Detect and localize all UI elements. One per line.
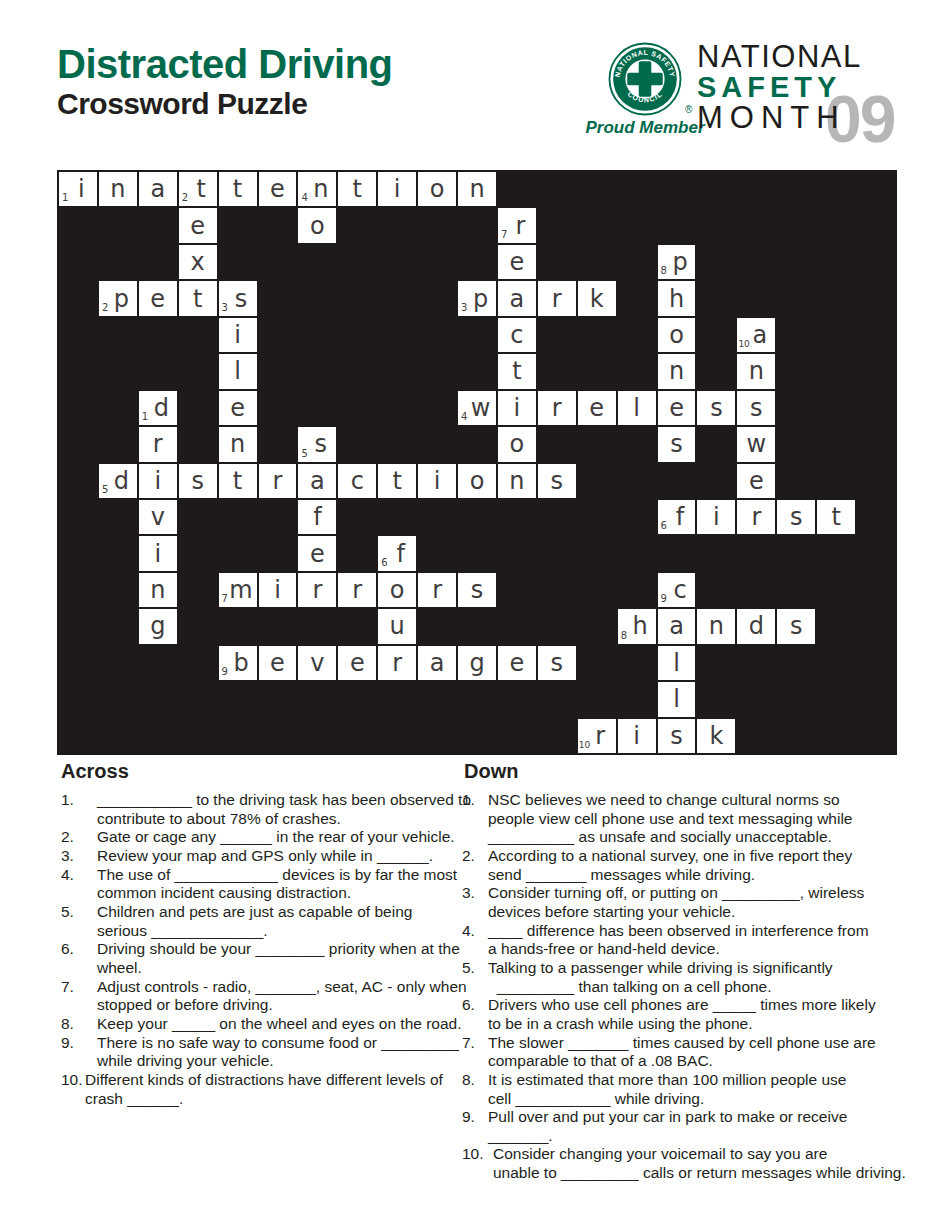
grid-cell[interactable]: o [298,208,336,242]
national-safety-month-logo: 09 NATIONAL SAFETY MONTH [697,42,927,132]
cell-letter: x [191,250,205,274]
cell-letter: s [790,614,803,638]
cell-letter: k [709,724,723,748]
cell-letter: e [350,651,365,675]
cell-number: 8 [621,631,627,641]
grid-cell[interactable]: o [498,427,536,461]
clue-text: ___________ to the driving task has been… [97,791,471,828]
cell-letter: e [669,396,684,420]
grid-cell[interactable]: i [139,536,177,570]
grid-cell[interactable]: x [179,245,217,279]
grid-cell[interactable]: o [658,318,696,352]
cell-letter: c [673,578,686,602]
cell-letter: a [669,614,684,638]
grid-cell[interactable]: 10a [737,318,775,352]
grid-cell[interactable]: n [458,172,496,206]
grid-cell[interactable]: 6f [658,500,696,534]
cell-number: 6 [661,521,667,531]
cell-letter: e [150,287,165,311]
grid-cell[interactable]: i [498,391,536,425]
cell-letter: t [233,177,242,201]
clue-text: It is estimated that more than 100 milli… [488,1071,846,1108]
cell-number: 10 [579,740,590,750]
clue-number: 3. [460,884,488,903]
cell-letter: i [154,542,161,566]
grid-cell[interactable]: n [498,464,536,498]
across-clue-list: 1.___________ to the driving task has be… [57,791,471,1108]
cell-number: 8 [661,266,667,276]
down-clue: 9.Pull over and put your car in park to … [460,1108,948,1145]
grid-cell[interactable]: 2t [179,172,217,206]
cell-letter: m [229,578,252,602]
grid-cell[interactable]: 4w [458,391,496,425]
clue-text: Drivers who use cell phones are _____ ti… [488,996,876,1033]
grid-cell[interactable]: 8h [618,609,656,643]
grid-cell[interactable]: n [697,609,735,643]
grid-cell[interactable]: s [538,646,576,680]
grid-cell[interactable]: s [658,427,696,461]
down-clue: 8.It is estimated that more than 100 mil… [460,1071,948,1108]
page-title: Distracted Driving [57,42,393,86]
across-clue: 5.Children and pets are just as capable … [57,903,471,940]
grid-cell[interactable]: t [498,354,536,388]
cell-letter: f [313,505,321,529]
clue-number: 1. [460,791,488,810]
cell-letter: r [552,396,562,420]
cell-letter: d [154,396,169,420]
grid-cell[interactable]: s [697,391,735,425]
grid-cell[interactable]: v [298,646,336,680]
across-clue: 1.___________ to the driving task has be… [57,791,471,828]
clue-number: 7. [57,978,97,997]
grid-cell[interactable]: k [697,719,735,753]
cell-letter: n [709,614,724,638]
cell-letter: s [191,469,204,493]
grid-cell[interactable]: a [139,172,177,206]
grid-cell[interactable]: r [538,281,576,315]
grid-cell[interactable]: i [259,573,297,607]
grid-cell[interactable]: 7m [219,573,257,607]
clue-number: 10. [57,1071,85,1090]
grid-cell[interactable]: s [538,464,576,498]
across-clue: 2.Gate or cage any ______ in the rear of… [57,828,471,847]
down-clue: 4.____ difference has been observed in i… [460,922,948,959]
clue-number: 1. [57,791,97,810]
grid-cell[interactable]: r [378,646,416,680]
cell-letter: e [510,250,525,274]
clue-text: Consider turning off, or putting on ____… [488,884,864,921]
cell-letter: r [595,724,605,748]
cell-number: 5 [102,485,108,495]
clue-text: Consider changing your voicemail to say … [493,1145,906,1182]
cell-letter: b [233,651,248,675]
cell-letter: t [353,177,362,201]
grid-cell[interactable]: g [458,646,496,680]
cell-letter: o [669,323,684,347]
cell-letter: n [313,177,328,201]
cell-letter: d [114,469,129,493]
clue-number: 5. [57,903,97,922]
cell-number: 2 [182,193,188,203]
cell-letter: u [390,614,405,638]
grid-cell[interactable]: s [737,391,775,425]
cell-letter: s [551,651,564,675]
cell-letter: t [512,359,521,383]
cell-letter: n [749,359,764,383]
cell-letter: f [676,505,684,529]
grid-cell[interactable]: e [658,391,696,425]
clue-number: 2. [57,828,97,847]
clue-number: 6. [460,996,488,1015]
cell-letter: i [154,469,161,493]
cell-letter: e [270,651,285,675]
crossword-grid: 1ina2tte4ntioneo7rxe8p2pet3s3parkhico10a… [57,170,897,755]
cell-letter: t [831,505,840,529]
across-clue: 10.Different kinds of distractions have … [57,1071,471,1108]
grid-cell[interactable]: 1d [139,391,177,425]
cell-letter: g [469,651,484,675]
clue-number: 8. [57,1015,97,1034]
cell-letter: s [710,396,723,420]
grid-cell[interactable]: r [538,391,576,425]
cell-number: 7 [222,594,228,604]
grid-cell[interactable]: e [498,245,536,279]
cell-letter: c [510,323,523,347]
page-subtitle: Crossword Puzzle [57,88,393,120]
registered-trademark-icon: ® [685,104,692,115]
clue-text: The slower _______ times caused by cell … [488,1034,876,1071]
cell-letter: o [470,469,485,493]
grid-cell[interactable]: c [338,464,376,498]
grid-cell[interactable]: n [658,354,696,388]
grid-cell[interactable]: o [458,464,496,498]
nsm-line-national: NATIONAL [697,42,927,71]
cell-letter: k [590,287,604,311]
clue-number: 3. [57,847,97,866]
cell-letter: l [673,651,680,675]
cell-letter: d [749,614,764,638]
grid-cell[interactable]: t [219,172,257,206]
cell-letter: f [396,542,404,566]
grid-cell[interactable]: u [378,609,416,643]
grid-cell[interactable]: s [458,573,496,607]
clue-number: 9. [57,1034,97,1053]
title-block: Distracted Driving Crossword Puzzle [57,42,393,120]
grid-cell[interactable]: s [777,500,815,534]
cell-letter: e [230,396,245,420]
grid-cell[interactable]: t [817,500,855,534]
cell-letter: l [673,687,680,711]
cell-letter: r [432,578,442,602]
across-clue: 8.Keep your _____ on the wheel and eyes … [57,1015,471,1034]
grid-cell[interactable]: e [259,646,297,680]
clue-text: Review your map and GPS only while in __… [97,847,433,866]
cell-number: 5 [301,449,307,459]
cell-letter: i [394,177,401,201]
clue-number: 4. [57,866,97,885]
grid-cell[interactable]: 3p [458,281,496,315]
cell-letter: v [310,651,324,675]
grid-cell[interactable]: 5s [298,427,336,461]
cell-letter: l [633,396,640,420]
down-clue: 5.Talking to a passenger while driving i… [460,959,948,996]
grid-cell[interactable]: 10r [578,719,616,753]
across-clue: 9.There is no safe way to consume food o… [57,1034,471,1071]
proud-member-label: Proud Member [585,118,705,138]
grid-cell[interactable]: t [219,464,257,498]
grid-cell[interactable]: e [219,391,257,425]
grid-cell[interactable]: v [139,500,177,534]
cell-letter: g [150,614,165,638]
grid-cell[interactable]: r [139,427,177,461]
clue-number: 9. [460,1108,488,1127]
clue-text: Children and pets are just as capable of… [97,903,412,940]
cell-letter: r [312,578,322,602]
cell-number: 3 [461,303,467,313]
cell-number: 1 [62,193,68,203]
cell-letter: r [751,505,761,529]
cell-letter: p [473,287,488,311]
grid-cell[interactable]: i [219,318,257,352]
nsc-logo: NATIONAL SAFETY COUNCIL ® Proud Member [585,42,705,138]
down-clues-section: Down 1.NSC believes we need to change cu… [460,761,948,1183]
down-clue: 3.Consider turning off, or putting on __… [460,884,948,921]
grid-cell[interactable]: r [338,573,376,607]
cell-letter: c [351,469,364,493]
down-heading: Down [464,761,948,782]
cell-letter: p [672,250,687,274]
grid-cell[interactable]: n [99,172,137,206]
grid-cell[interactable]: a [418,646,456,680]
clue-number: 6. [57,940,97,959]
cell-letter: n [150,578,165,602]
cell-letter: n [669,359,684,383]
cell-letter: i [434,469,441,493]
cell-letter: t [233,469,242,493]
grid-cell[interactable]: e [259,172,297,206]
cell-letter: t [392,469,401,493]
cell-letter: n [110,177,125,201]
grid-cell[interactable]: l [219,354,257,388]
cell-number: 6 [381,558,387,568]
nsm-line-safety: SAFETY [697,73,927,102]
cell-number: 4 [461,412,467,422]
across-clue: 3.Review your map and GPS only while in … [57,847,471,866]
clue-number: 8. [460,1071,488,1090]
grid-cell[interactable]: 7r [498,208,536,242]
down-clue: 6.Drivers who use cell phones are _____ … [460,996,948,1033]
cell-letter: s [471,578,484,602]
grid-cell[interactable]: t [378,464,416,498]
cell-letter: o [510,432,525,456]
cell-letter: s [790,505,803,529]
grid-cell[interactable]: r [737,500,775,534]
grid-cell[interactable]: e [338,646,376,680]
cell-letter: s [670,724,683,748]
clue-text: The use of ____________ devices is by fa… [97,866,457,903]
cell-letter: i [234,323,241,347]
grid-cell[interactable]: i [418,464,456,498]
cell-letter: s [670,432,683,456]
down-clue: 1.NSC believes we need to change cultura… [460,791,948,847]
cell-letter: a [150,177,165,201]
cell-letter: l [234,359,241,383]
clue-number: 5. [460,959,488,978]
grid-cell[interactable]: o [418,172,456,206]
grid-cell[interactable]: k [578,281,616,315]
grid-cell[interactable]: l [658,646,696,680]
cell-letter: s [315,432,328,456]
grid-cell[interactable]: f [298,500,336,534]
cell-letter: o [310,214,325,238]
grid-cell[interactable]: a [658,609,696,643]
grid-cell[interactable]: s [179,464,217,498]
cell-number: 9 [222,667,228,677]
cell-letter: h [633,614,648,638]
cell-letter: e [510,651,525,675]
nsm-line-month: MONTH [697,103,927,132]
cell-letter: e [270,177,285,201]
cell-number: 2 [102,303,108,313]
grid-cell[interactable]: e [139,281,177,315]
grid-cell[interactable]: 2p [99,281,137,315]
clue-text: There is no safe way to consume food or … [97,1034,459,1071]
cell-letter: n [509,469,524,493]
across-clue: 4.The use of ____________ devices is by … [57,866,471,903]
grid-cell[interactable]: s [658,719,696,753]
cell-letter: n [469,177,484,201]
grid-cell[interactable]: 4n [298,172,336,206]
cell-letter: t [193,287,202,311]
cell-letter: i [274,578,281,602]
clue-text: ____ difference has been observed in int… [488,922,869,959]
grid-cell[interactable]: t [179,281,217,315]
cell-letter: e [749,469,764,493]
grid-cell[interactable]: l [618,391,656,425]
across-heading: Across [61,761,471,782]
grid-cell[interactable]: e [498,646,536,680]
cell-letter: w [747,432,767,456]
grid-cell[interactable]: 5d [99,464,137,498]
grid-cell[interactable]: 1i [59,172,97,206]
down-clue: 2.According to a national survey, one in… [460,847,948,884]
across-clue: 6.Driving should be your ________ priori… [57,940,471,977]
cell-letter: a [430,651,445,675]
grid-cell[interactable]: 9c [658,573,696,607]
cell-number: 10 [738,339,749,349]
across-clues-section: Across 1.___________ to the driving task… [57,761,471,1108]
clue-number: 10. [460,1145,493,1164]
grid-cell[interactable]: n [737,354,775,388]
grid-cell[interactable]: s [777,609,815,643]
nsc-badge-icon: NATIONAL SAFETY COUNCIL [608,42,682,116]
cell-letter: r [515,214,525,238]
cell-number: 9 [661,594,667,604]
grid-cell[interactable]: r [418,573,456,607]
clue-number: 2. [460,847,488,866]
cell-letter: h [669,287,684,311]
cell-letter: r [552,287,562,311]
clue-text: Gate or cage any ______ in the rear of y… [97,828,455,847]
grid-cell[interactable]: r [298,573,336,607]
grid-cell[interactable]: o [378,573,416,607]
cell-letter: e [190,214,205,238]
grid-cell[interactable]: h [658,281,696,315]
cell-letter: r [153,432,163,456]
grid-cell[interactable]: c [498,318,536,352]
clue-number: 7. [460,1034,488,1053]
cell-letter: i [78,177,85,201]
grid-cell[interactable]: 3s [219,281,257,315]
cell-letter: a [510,287,525,311]
grid-cell[interactable]: n [139,573,177,607]
grid-cell[interactable]: e [179,208,217,242]
grid-cell[interactable]: e [578,391,616,425]
grid-cell[interactable]: i [139,464,177,498]
down-clue: 10.Consider changing your voicemail to s… [460,1145,948,1182]
grid-cell[interactable]: 9b [219,646,257,680]
cell-letter: o [430,177,445,201]
clue-text: Different kinds of distractions have dif… [85,1071,443,1108]
grid-cell[interactable]: d [737,609,775,643]
clue-text: NSC believes we need to change cultural … [488,791,852,847]
cell-letter: r [352,578,362,602]
cell-letter: e [589,396,604,420]
clue-text: Driving should be your ________ priority… [97,940,460,977]
clue-text: Pull over and put your car in park to ma… [488,1108,847,1145]
cell-letter: r [392,651,402,675]
cell-letter: a [310,469,325,493]
grid-cell[interactable]: e [298,536,336,570]
grid-cell[interactable]: t [338,172,376,206]
cell-letter: i [713,505,720,529]
clue-text: Talking to a passenger while driving is … [488,959,833,996]
grid-cell[interactable]: i [378,172,416,206]
cell-letter: n [230,432,245,456]
grid-cell[interactable]: l [658,682,696,716]
cell-letter: s [551,469,564,493]
grid-cell[interactable]: i [697,500,735,534]
grid-cell[interactable]: a [498,281,536,315]
cell-number: 4 [301,193,307,203]
cell-letter: s [235,287,248,311]
grid-cell[interactable]: r [259,464,297,498]
cell-letter: w [471,396,491,420]
clue-text: According to a national survey, one in f… [488,847,852,884]
clue-text: Adjust controls - radio, _______, seat, … [97,978,467,1015]
cell-letter: p [114,287,129,311]
grid-cell[interactable]: 8p [658,245,696,279]
cell-number: 1 [142,412,148,422]
clue-text: Keep your _____ on the wheel and eyes on… [97,1015,462,1034]
grid-cell[interactable]: n [219,427,257,461]
clue-number: 4. [460,922,488,941]
cell-letter: s [750,396,763,420]
down-clue: 7.The slower _______ times caused by cel… [460,1034,948,1071]
cell-letter: t [196,177,205,201]
cell-letter: i [514,396,521,420]
grid-cell[interactable]: e [737,464,775,498]
cell-number: 7 [501,230,507,240]
cell-letter: r [273,469,283,493]
grid-cell[interactable]: w [737,427,775,461]
grid-cell[interactable]: i [618,719,656,753]
across-clue: 7.Adjust controls - radio, _______, seat… [57,978,471,1015]
grid-cell[interactable]: a [298,464,336,498]
grid-cell[interactable]: g [139,609,177,643]
cell-letter: v [151,505,165,529]
grid-cell[interactable]: 6f [378,536,416,570]
